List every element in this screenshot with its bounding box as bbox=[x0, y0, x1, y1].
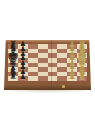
square bbox=[28, 76, 38, 81]
square bbox=[38, 76, 48, 81]
square bbox=[48, 76, 58, 81]
board-shadow bbox=[3, 90, 92, 93]
product-photo: ♜♟♟♜♞♟♟♞♝♟♟♝♚♟♟♚♛♟♟♛♝♟♟♝♞♟♟♞♜♟♟♜ bbox=[0, 0, 95, 126]
square bbox=[67, 76, 77, 81]
board-squares bbox=[8, 44, 87, 81]
board-frame bbox=[4, 43, 91, 84]
chess-board bbox=[4, 40, 91, 90]
square bbox=[18, 76, 28, 81]
square bbox=[8, 76, 18, 81]
brass-clasp bbox=[62, 85, 65, 88]
fold-seam bbox=[51, 40, 52, 90]
square bbox=[57, 76, 67, 81]
brass-hinge bbox=[93, 111, 95, 116]
square bbox=[77, 76, 87, 81]
